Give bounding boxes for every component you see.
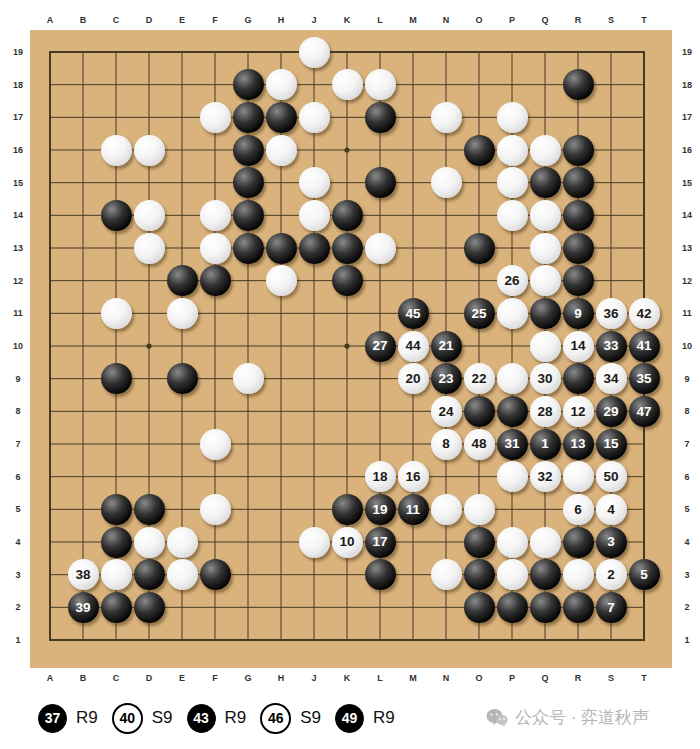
stone-p14 — [497, 200, 528, 231]
column-label-top-h: H — [272, 14, 290, 26]
stone-o16 — [464, 135, 495, 166]
move-number: 23 — [438, 372, 453, 386]
move-number: 35 — [636, 372, 651, 386]
row-label-right-6: 6 — [678, 471, 696, 483]
stone-d13 — [134, 233, 165, 264]
move-number: 45 — [405, 307, 420, 321]
stone-l15 — [365, 167, 396, 198]
move-number: 42 — [636, 307, 651, 321]
move-number: 48 — [471, 437, 486, 451]
move-number: 47 — [636, 405, 651, 419]
move-number: 5 — [640, 568, 648, 582]
row-label-left-5: 5 — [9, 503, 27, 515]
stone-q7: 1 — [530, 429, 561, 460]
stone-e9 — [167, 363, 198, 394]
column-label-top-d: D — [140, 14, 158, 26]
move-number: 26 — [504, 274, 519, 288]
column-label-bottom-b: B — [74, 672, 92, 684]
caption-entry-move-49: 49R9 — [335, 704, 395, 733]
go-diagram-page: 2645259364227442114334120232230343524281… — [0, 0, 700, 749]
stone-h13 — [266, 233, 297, 264]
stone-g15 — [233, 167, 264, 198]
move-number: 15 — [603, 437, 618, 451]
stone-q2 — [530, 592, 561, 623]
column-label-bottom-s: S — [602, 672, 620, 684]
column-label-top-s: S — [602, 14, 620, 26]
column-label-top-g: G — [239, 14, 257, 26]
stone-e3 — [167, 559, 198, 590]
stone-r18 — [563, 69, 594, 100]
row-label-left-16: 16 — [9, 144, 27, 156]
stone-r7: 13 — [563, 429, 594, 460]
stone-q10 — [530, 331, 561, 362]
move-number: 16 — [405, 470, 420, 484]
row-label-left-12: 12 — [9, 275, 27, 287]
star-point — [344, 147, 349, 152]
stone-s6: 50 — [596, 461, 627, 492]
row-label-left-1: 1 — [9, 634, 27, 646]
move-number: 41 — [636, 339, 651, 353]
stone-j17 — [299, 102, 330, 133]
stone-j19 — [299, 37, 330, 68]
stone-c4 — [101, 527, 132, 558]
stone-o13 — [464, 233, 495, 264]
move-number: 8 — [442, 437, 450, 451]
move-number: 7 — [607, 601, 615, 615]
stone-o8 — [464, 396, 495, 427]
stone-c16 — [101, 135, 132, 166]
stone-f13 — [200, 233, 231, 264]
stone-n8: 24 — [431, 396, 462, 427]
wechat-icon — [486, 708, 508, 728]
stone-s11: 36 — [596, 298, 627, 329]
stone-f12 — [200, 265, 231, 296]
move-number: 11 — [406, 503, 420, 517]
stone-p11 — [497, 298, 528, 329]
stone-n9: 23 — [431, 363, 462, 394]
stone-p15 — [497, 167, 528, 198]
row-label-right-9: 9 — [678, 373, 696, 385]
stone-q4 — [530, 527, 561, 558]
stone-p8 — [497, 396, 528, 427]
stone-g14 — [233, 200, 264, 231]
column-label-bottom-n: N — [437, 672, 455, 684]
move-number: 1 — [541, 437, 549, 451]
stone-k4: 10 — [332, 527, 363, 558]
stone-p16 — [497, 135, 528, 166]
column-label-top-q: Q — [536, 14, 554, 26]
column-label-top-r: R — [569, 14, 587, 26]
move-number: 2 — [607, 568, 615, 582]
stone-f3 — [200, 559, 231, 590]
column-label-top-c: C — [107, 14, 125, 26]
column-label-top-t: T — [635, 14, 653, 26]
stone-q13 — [530, 233, 561, 264]
row-label-right-10: 10 — [678, 340, 696, 352]
row-label-right-1: 1 — [678, 634, 696, 646]
column-label-bottom-h: H — [272, 672, 290, 684]
caption-point-label: R9 — [225, 708, 247, 728]
move-number: 44 — [405, 339, 420, 353]
stone-o4 — [464, 527, 495, 558]
column-label-bottom-q: Q — [536, 672, 554, 684]
stone-d14 — [134, 200, 165, 231]
caption-entry-move-40: 40S9 — [112, 703, 173, 734]
column-label-bottom-o: O — [470, 672, 488, 684]
stone-g17 — [233, 102, 264, 133]
stone-e4 — [167, 527, 198, 558]
row-label-right-13: 13 — [678, 242, 696, 254]
stone-r15 — [563, 167, 594, 198]
stone-c3 — [101, 559, 132, 590]
move-number: 24 — [438, 405, 453, 419]
stone-s10: 33 — [596, 331, 627, 362]
stone-r4 — [563, 527, 594, 558]
caption-stone-40: 40 — [112, 703, 143, 734]
column-label-bottom-r: R — [569, 672, 587, 684]
stone-s8: 29 — [596, 396, 627, 427]
stone-p12: 26 — [497, 265, 528, 296]
stone-b2: 39 — [68, 592, 99, 623]
move-number: 27 — [372, 339, 387, 353]
stone-c9 — [101, 363, 132, 394]
move-number: 10 — [339, 535, 354, 549]
stone-n17 — [431, 102, 462, 133]
column-label-top-p: P — [503, 14, 521, 26]
row-label-right-19: 19 — [678, 46, 696, 58]
stone-r8: 12 — [563, 396, 594, 427]
row-label-left-6: 6 — [9, 471, 27, 483]
move-number: 14 — [570, 339, 585, 353]
stone-o9: 22 — [464, 363, 495, 394]
row-label-left-10: 10 — [9, 340, 27, 352]
row-label-left-4: 4 — [9, 536, 27, 548]
stone-f14 — [200, 200, 231, 231]
column-label-bottom-t: T — [635, 672, 653, 684]
stone-q15 — [530, 167, 561, 198]
move-number: 13 — [570, 437, 585, 451]
stone-e11 — [167, 298, 198, 329]
stone-t10: 41 — [629, 331, 660, 362]
stone-p9 — [497, 363, 528, 394]
column-label-top-m: M — [404, 14, 422, 26]
caption-entry-move-43: 43R9 — [187, 704, 247, 733]
stone-n7: 8 — [431, 429, 462, 460]
row-label-right-3: 3 — [678, 569, 696, 581]
column-label-bottom-c: C — [107, 672, 125, 684]
stone-n5 — [431, 494, 462, 525]
stone-q9: 30 — [530, 363, 561, 394]
move-number: 19 — [372, 503, 387, 517]
stone-h18 — [266, 69, 297, 100]
stone-k14 — [332, 200, 363, 231]
caption-stone-46: 46 — [260, 703, 291, 734]
stone-b3: 38 — [68, 559, 99, 590]
move-number: 33 — [603, 339, 618, 353]
stone-l10: 27 — [365, 331, 396, 362]
stone-r12 — [563, 265, 594, 296]
move-number: 32 — [537, 470, 552, 484]
column-label-top-o: O — [470, 14, 488, 26]
move-number: 9 — [574, 307, 582, 321]
stone-k5 — [332, 494, 363, 525]
stone-t11: 42 — [629, 298, 660, 329]
row-label-left-3: 3 — [9, 569, 27, 581]
stone-o5 — [464, 494, 495, 525]
stone-d5 — [134, 494, 165, 525]
column-label-bottom-d: D — [140, 672, 158, 684]
stone-r16 — [563, 135, 594, 166]
stone-g18 — [233, 69, 264, 100]
move-number: 6 — [574, 503, 582, 517]
watermark: 公众号 · 弈道秋声 — [486, 706, 649, 729]
row-label-right-11: 11 — [678, 307, 696, 319]
stone-r3 — [563, 559, 594, 590]
caption-point-label: S9 — [152, 708, 173, 728]
stone-r6 — [563, 461, 594, 492]
stone-j15 — [299, 167, 330, 198]
stone-l3 — [365, 559, 396, 590]
move-number: 12 — [570, 405, 585, 419]
stone-q12 — [530, 265, 561, 296]
move-number: 29 — [603, 405, 618, 419]
stone-s5: 4 — [596, 494, 627, 525]
row-label-right-15: 15 — [678, 177, 696, 189]
move-number: 28 — [537, 405, 552, 419]
stone-t9: 35 — [629, 363, 660, 394]
stone-m5: 11 — [398, 494, 429, 525]
row-label-right-12: 12 — [678, 275, 696, 287]
stone-f7 — [200, 429, 231, 460]
stone-l4: 17 — [365, 527, 396, 558]
stone-h16 — [266, 135, 297, 166]
stone-r2 — [563, 592, 594, 623]
stone-p6 — [497, 461, 528, 492]
stone-n10: 21 — [431, 331, 462, 362]
move-number: 18 — [372, 470, 387, 484]
move-number: 39 — [75, 601, 90, 615]
column-label-bottom-k: K — [338, 672, 356, 684]
stone-q3 — [530, 559, 561, 590]
row-label-right-8: 8 — [678, 405, 696, 417]
stone-d3 — [134, 559, 165, 590]
row-label-left-13: 13 — [9, 242, 27, 254]
stone-q11 — [530, 298, 561, 329]
stone-s9: 34 — [596, 363, 627, 394]
caption-move-list: 37R940S943R946S949R9 — [38, 701, 395, 735]
move-number: 36 — [603, 307, 618, 321]
move-number: 17 — [372, 535, 387, 549]
row-label-right-14: 14 — [678, 209, 696, 221]
stone-t8: 47 — [629, 396, 660, 427]
column-label-top-n: N — [437, 14, 455, 26]
stone-j13 — [299, 233, 330, 264]
stone-p7: 31 — [497, 429, 528, 460]
stone-e12 — [167, 265, 198, 296]
stone-o2 — [464, 592, 495, 623]
stone-g13 — [233, 233, 264, 264]
stone-g16 — [233, 135, 264, 166]
stone-r14 — [563, 200, 594, 231]
stone-r9 — [563, 363, 594, 394]
star-point — [146, 343, 151, 348]
stone-d4 — [134, 527, 165, 558]
column-label-top-l: L — [371, 14, 389, 26]
row-label-left-2: 2 — [9, 601, 27, 613]
stone-q8: 28 — [530, 396, 561, 427]
caption-stone-49: 49 — [335, 704, 364, 733]
stone-m9: 20 — [398, 363, 429, 394]
stone-j4 — [299, 527, 330, 558]
move-number: 50 — [603, 470, 618, 484]
move-number: 3 — [607, 535, 615, 549]
stone-n3 — [431, 559, 462, 590]
stone-o7: 48 — [464, 429, 495, 460]
stone-s3: 2 — [596, 559, 627, 590]
move-number: 20 — [405, 372, 420, 386]
stone-g9 — [233, 363, 264, 394]
stone-f17 — [200, 102, 231, 133]
stone-l13 — [365, 233, 396, 264]
move-number: 4 — [607, 503, 615, 517]
stone-k12 — [332, 265, 363, 296]
column-label-top-e: E — [173, 14, 191, 26]
stone-r13 — [563, 233, 594, 264]
stone-s2: 7 — [596, 592, 627, 623]
column-label-bottom-e: E — [173, 672, 191, 684]
row-label-right-2: 2 — [678, 601, 696, 613]
row-label-right-16: 16 — [678, 144, 696, 156]
stone-h17 — [266, 102, 297, 133]
caption-entry-move-37: 37R9 — [38, 704, 98, 733]
row-label-left-17: 17 — [9, 111, 27, 123]
stone-k18 — [332, 69, 363, 100]
row-label-left-18: 18 — [9, 79, 27, 91]
go-board: 2645259364227442114334120232230343524281… — [30, 30, 672, 668]
stone-q16 — [530, 135, 561, 166]
column-label-top-k: K — [338, 14, 356, 26]
stone-f5 — [200, 494, 231, 525]
caption-point-label: R9 — [76, 708, 98, 728]
stone-l18 — [365, 69, 396, 100]
stone-s7: 15 — [596, 429, 627, 460]
row-label-right-7: 7 — [678, 438, 696, 450]
column-label-bottom-j: J — [305, 672, 323, 684]
stone-r11: 9 — [563, 298, 594, 329]
row-label-left-9: 9 — [9, 373, 27, 385]
stone-j14 — [299, 200, 330, 231]
stone-k13 — [332, 233, 363, 264]
stone-p2 — [497, 592, 528, 623]
stone-p3 — [497, 559, 528, 590]
stone-r5: 6 — [563, 494, 594, 525]
column-label-bottom-f: F — [206, 672, 224, 684]
move-number: 22 — [471, 372, 486, 386]
stone-p17 — [497, 102, 528, 133]
stone-p4 — [497, 527, 528, 558]
stone-d16 — [134, 135, 165, 166]
watermark-text: 公众号 · 弈道秋声 — [515, 706, 649, 729]
column-label-bottom-g: G — [239, 672, 257, 684]
column-label-bottom-p: P — [503, 672, 521, 684]
row-label-left-14: 14 — [9, 209, 27, 221]
stone-m6: 16 — [398, 461, 429, 492]
caption-stone-43: 43 — [187, 704, 216, 733]
column-label-bottom-m: M — [404, 672, 422, 684]
column-label-bottom-l: L — [371, 672, 389, 684]
stone-s4: 3 — [596, 527, 627, 558]
row-label-left-11: 11 — [9, 307, 27, 319]
column-label-top-j: J — [305, 14, 323, 26]
stone-r10: 14 — [563, 331, 594, 362]
row-label-left-19: 19 — [9, 46, 27, 58]
caption-entry-move-46: 46S9 — [260, 703, 321, 734]
stone-c11 — [101, 298, 132, 329]
move-number: 30 — [537, 372, 552, 386]
move-number: 21 — [438, 339, 453, 353]
stone-h12 — [266, 265, 297, 296]
caption-point-label: R9 — [373, 708, 395, 728]
move-number: 34 — [603, 372, 618, 386]
stone-o3 — [464, 559, 495, 590]
column-label-top-f: F — [206, 14, 224, 26]
stone-l6: 18 — [365, 461, 396, 492]
row-label-right-4: 4 — [678, 536, 696, 548]
row-label-right-17: 17 — [678, 111, 696, 123]
move-number: 31 — [504, 437, 519, 451]
stone-m10: 44 — [398, 331, 429, 362]
column-label-bottom-a: A — [41, 672, 59, 684]
caption-point-label: S9 — [300, 708, 321, 728]
star-point — [344, 343, 349, 348]
stone-o11: 25 — [464, 298, 495, 329]
move-number: 25 — [471, 307, 486, 321]
stone-c5 — [101, 494, 132, 525]
caption-stone-37: 37 — [38, 704, 67, 733]
row-label-right-5: 5 — [678, 503, 696, 515]
move-number: 38 — [75, 568, 90, 582]
row-label-left-7: 7 — [9, 438, 27, 450]
stone-d2 — [134, 592, 165, 623]
stone-t3: 5 — [629, 559, 660, 590]
stone-n15 — [431, 167, 462, 198]
row-label-left-8: 8 — [9, 405, 27, 417]
stone-q6: 32 — [530, 461, 561, 492]
stone-c2 — [101, 592, 132, 623]
stone-l5: 19 — [365, 494, 396, 525]
row-label-left-15: 15 — [9, 177, 27, 189]
stone-m11: 45 — [398, 298, 429, 329]
stone-l17 — [365, 102, 396, 133]
column-label-top-a: A — [41, 14, 59, 26]
stone-q14 — [530, 200, 561, 231]
stone-c14 — [101, 200, 132, 231]
row-label-right-18: 18 — [678, 79, 696, 91]
column-label-top-b: B — [74, 14, 92, 26]
